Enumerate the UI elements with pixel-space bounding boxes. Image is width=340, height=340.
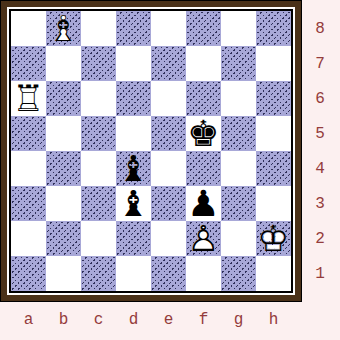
square-d5[interactable] (116, 116, 151, 151)
square-g3[interactable] (221, 186, 256, 221)
square-g6[interactable] (221, 81, 256, 116)
square-d7[interactable] (116, 46, 151, 81)
square-a1[interactable] (11, 256, 46, 291)
square-b1[interactable] (46, 256, 81, 291)
square-f7[interactable] (186, 46, 221, 81)
square-c5[interactable] (81, 116, 116, 151)
square-d1[interactable] (116, 256, 151, 291)
square-h8[interactable] (256, 11, 291, 46)
square-e7[interactable] (151, 46, 186, 81)
square-a2[interactable] (11, 221, 46, 256)
rank-labels: 87654321 (302, 11, 338, 291)
square-b5[interactable] (46, 116, 81, 151)
file-label-b: b (46, 302, 81, 338)
square-f6[interactable] (186, 81, 221, 116)
black-king-piece[interactable]: ♚♚ (186, 116, 221, 151)
square-f1[interactable] (186, 256, 221, 291)
black-pawn-piece[interactable]: ♟♟ (186, 186, 221, 221)
square-f3[interactable]: ♟♟ (186, 186, 221, 221)
square-c7[interactable] (81, 46, 116, 81)
white-rook-piece[interactable]: ♜♖ (11, 81, 46, 116)
rank-label-8: 8 (302, 11, 338, 46)
white-king-piece[interactable]: ♚♔ (256, 221, 291, 256)
square-g1[interactable] (221, 256, 256, 291)
square-e3[interactable] (151, 186, 186, 221)
square-g4[interactable] (221, 151, 256, 186)
piece-glyph: ♟ (186, 186, 221, 221)
square-h7[interactable] (256, 46, 291, 81)
piece-glyph: ♗ (46, 11, 81, 46)
square-f8[interactable] (186, 11, 221, 46)
board-white-gap: ♝♗♜♖♚♚♝♝♝♝♟♟♟♙♚♔ (7, 7, 295, 295)
square-h6[interactable] (256, 81, 291, 116)
piece-glyph: ♙ (186, 221, 221, 256)
rank-label-5: 5 (302, 116, 338, 151)
rank-label-7: 7 (302, 46, 338, 81)
square-c6[interactable] (81, 81, 116, 116)
square-f4[interactable] (186, 151, 221, 186)
white-bishop-piece[interactable]: ♝♗ (46, 11, 81, 46)
square-e6[interactable] (151, 81, 186, 116)
piece-glyph: ♖ (11, 81, 46, 116)
square-f2[interactable]: ♟♙ (186, 221, 221, 256)
square-c1[interactable] (81, 256, 116, 291)
square-b6[interactable] (46, 81, 81, 116)
rank-label-3: 3 (302, 186, 338, 221)
square-b8[interactable]: ♝♗ (46, 11, 81, 46)
square-c8[interactable] (81, 11, 116, 46)
square-c4[interactable] (81, 151, 116, 186)
square-g7[interactable] (221, 46, 256, 81)
square-h4[interactable] (256, 151, 291, 186)
black-bishop-piece[interactable]: ♝♝ (116, 151, 151, 186)
rank-label-1: 1 (302, 256, 338, 291)
square-h1[interactable] (256, 256, 291, 291)
square-c3[interactable] (81, 186, 116, 221)
square-a5[interactable] (11, 116, 46, 151)
square-e2[interactable] (151, 221, 186, 256)
square-h2[interactable]: ♚♔ (256, 221, 291, 256)
file-label-e: e (151, 302, 186, 338)
square-c2[interactable] (81, 221, 116, 256)
rank-label-2: 2 (302, 221, 338, 256)
square-a3[interactable] (11, 186, 46, 221)
square-b2[interactable] (46, 221, 81, 256)
file-label-f: f (186, 302, 221, 338)
white-pawn-piece[interactable]: ♟♙ (186, 221, 221, 256)
square-g2[interactable] (221, 221, 256, 256)
square-d2[interactable] (116, 221, 151, 256)
file-label-c: c (81, 302, 116, 338)
file-label-d: d (116, 302, 151, 338)
piece-glyph: ♔ (256, 221, 291, 256)
rank-label-4: 4 (302, 151, 338, 186)
square-d4[interactable]: ♝♝ (116, 151, 151, 186)
file-label-a: a (11, 302, 46, 338)
square-e4[interactable] (151, 151, 186, 186)
file-label-h: h (256, 302, 291, 338)
chess-diagram-page: ♝♗♜♖♚♚♝♝♝♝♟♟♟♙♚♔ abcdefgh 87654321 (0, 0, 340, 340)
square-d8[interactable] (116, 11, 151, 46)
file-label-g: g (221, 302, 256, 338)
chess-board-frame: ♝♗♜♖♚♚♝♝♝♝♟♟♟♙♚♔ (0, 0, 302, 302)
square-a4[interactable] (11, 151, 46, 186)
square-d6[interactable] (116, 81, 151, 116)
square-b7[interactable] (46, 46, 81, 81)
piece-glyph: ♝ (116, 186, 151, 221)
board-inner-border: ♝♗♜♖♚♚♝♝♝♝♟♟♟♙♚♔ (9, 9, 293, 293)
square-b3[interactable] (46, 186, 81, 221)
square-b4[interactable] (46, 151, 81, 186)
square-a7[interactable] (11, 46, 46, 81)
square-d3[interactable]: ♝♝ (116, 186, 151, 221)
square-h3[interactable] (256, 186, 291, 221)
square-f5[interactable]: ♚♚ (186, 116, 221, 151)
square-e1[interactable] (151, 256, 186, 291)
square-a8[interactable] (11, 11, 46, 46)
chess-board: ♝♗♜♖♚♚♝♝♝♝♟♟♟♙♚♔ (11, 11, 291, 291)
piece-glyph: ♚ (186, 116, 221, 151)
black-bishop-piece[interactable]: ♝♝ (116, 186, 151, 221)
square-e5[interactable] (151, 116, 186, 151)
square-a6[interactable]: ♜♖ (11, 81, 46, 116)
square-g8[interactable] (221, 11, 256, 46)
piece-glyph: ♝ (116, 151, 151, 186)
rank-label-6: 6 (302, 81, 338, 116)
square-g5[interactable] (221, 116, 256, 151)
square-e8[interactable] (151, 11, 186, 46)
square-h5[interactable] (256, 116, 291, 151)
file-labels: abcdefgh (11, 302, 291, 338)
